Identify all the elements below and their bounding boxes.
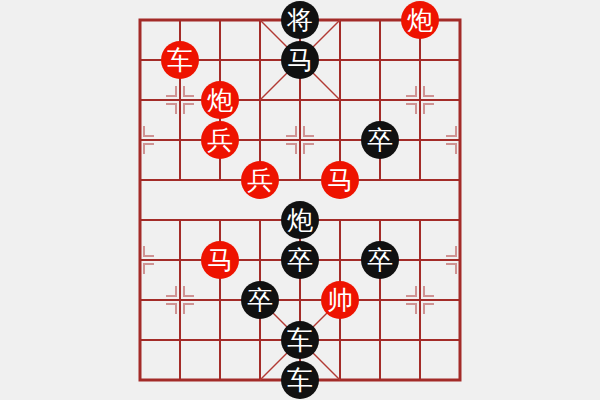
red-soldier[interactable]: 兵 (241, 161, 279, 199)
black-chariot[interactable]: 车 (281, 321, 319, 359)
red-general[interactable]: 帅 (321, 281, 359, 319)
red-chariot[interactable]: 车 (161, 41, 199, 79)
black-horse[interactable]: 马 (281, 41, 319, 79)
red-horse[interactable]: 马 (321, 161, 359, 199)
black-chariot[interactable]: 车 (281, 361, 319, 399)
xiangqi-screen: 将炮车马炮兵卒兵马炮马卒卒卒帅车车 (0, 0, 600, 400)
black-general[interactable]: 将 (281, 1, 319, 39)
xiangqi-board[interactable]: 将炮车马炮兵卒兵马炮马卒卒卒帅车车 (140, 20, 460, 380)
red-cannon[interactable]: 炮 (201, 81, 239, 119)
red-horse[interactable]: 马 (201, 241, 239, 279)
black-soldier[interactable]: 卒 (281, 241, 319, 279)
black-soldier[interactable]: 卒 (361, 121, 399, 159)
red-cannon[interactable]: 炮 (401, 1, 439, 39)
piece-layer: 将炮车马炮兵卒兵马炮马卒卒卒帅车车 (120, 0, 480, 400)
black-soldier[interactable]: 卒 (241, 281, 279, 319)
red-soldier[interactable]: 兵 (201, 121, 239, 159)
black-cannon[interactable]: 炮 (281, 201, 319, 239)
black-soldier[interactable]: 卒 (361, 241, 399, 279)
